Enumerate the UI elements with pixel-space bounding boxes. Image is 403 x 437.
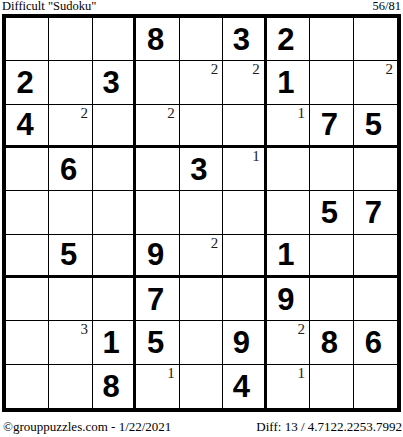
cell-r3c8[interactable]: 7 [310,105,353,148]
cell-r7c9[interactable] [354,278,397,321]
cell-r8c6[interactable]: 9 [223,321,266,364]
given-digit: 1 [277,239,294,270]
cell-r9c4[interactable]: 1 [136,365,179,408]
given-digit: 8 [102,371,119,402]
pencil-mark: 2 [167,106,175,121]
cell-r2c3[interactable]: 3 [93,61,136,104]
cell-r7c2[interactable] [49,278,92,321]
cell-r6c5[interactable]: 2 [180,235,223,278]
given-digit: 9 [233,327,250,358]
cell-r1c2[interactable] [49,18,92,61]
cell-r7c5[interactable] [180,278,223,321]
pencil-mark: 3 [80,322,88,337]
cell-r3c1[interactable]: 4 [6,105,49,148]
cell-r8c2[interactable]: 3 [49,321,92,364]
empty-cell-counter: 56/81 [373,0,401,13]
cell-r6c6[interactable] [223,235,266,278]
cell-r4c4[interactable] [136,148,179,191]
cell-r9c2[interactable] [49,365,92,408]
cell-r7c3[interactable] [93,278,136,321]
given-digit: 2 [17,67,34,98]
cell-r5c8[interactable]: 5 [310,191,353,234]
cell-r2c4[interactable] [136,61,179,104]
cell-r9c6[interactable]: 4 [223,365,266,408]
cell-r6c2[interactable]: 5 [49,235,92,278]
given-digit: 9 [147,239,164,270]
given-digit: 6 [365,327,382,358]
pencil-mark: 2 [211,236,219,251]
cell-r9c9[interactable] [354,365,397,408]
cell-r4c6[interactable]: 1 [223,148,266,191]
header: Difficult "Sudoku" 56/81 [2,0,401,14]
cell-r9c5[interactable] [180,365,223,408]
cell-r5c4[interactable] [136,191,179,234]
cell-r7c6[interactable] [223,278,266,321]
cell-r2c8[interactable] [310,61,353,104]
cell-r7c7[interactable]: 9 [267,278,310,321]
cell-r6c9[interactable] [354,235,397,278]
footer: ©grouppuzzles.com - 1/22/2021 Diff: 13 /… [3,420,402,434]
given-digit: 9 [277,284,294,315]
given-digit: 5 [147,327,164,358]
pencil-mark: 2 [252,62,260,77]
cell-r4c2[interactable]: 6 [49,148,92,191]
given-digit: 6 [60,154,77,185]
cell-r6c4[interactable]: 9 [136,235,179,278]
given-digit: 8 [147,24,164,55]
cell-r8c9[interactable]: 6 [354,321,397,364]
cell-r2c1[interactable]: 2 [6,61,49,104]
difficulty-text: Diff: 13 / 4.7122.2253.7992 [256,420,402,434]
cell-r6c7[interactable]: 1 [267,235,310,278]
cell-r4c9[interactable] [354,148,397,191]
cell-r9c7[interactable]: 1 [267,365,310,408]
given-digit: 4 [17,109,34,140]
cell-r1c5[interactable] [180,18,223,61]
pencil-mark: 2 [385,62,393,77]
cell-r8c8[interactable]: 8 [310,321,353,364]
cell-r3c3[interactable] [93,105,136,148]
given-digit: 3 [233,24,250,55]
given-digit: 5 [365,109,382,140]
cell-r5c9[interactable]: 7 [354,191,397,234]
given-digit: 5 [321,197,338,228]
cell-r3c9[interactable]: 5 [354,105,397,148]
given-digit: 7 [321,109,338,140]
pencil-mark: 1 [167,366,175,381]
cell-r6c3[interactable] [93,235,136,278]
given-digit: 7 [147,284,164,315]
given-digit: 7 [365,197,382,228]
cell-r8c4[interactable]: 5 [136,321,179,364]
cell-r9c1[interactable] [6,365,49,408]
cell-r3c5[interactable] [180,105,223,148]
cell-r5c5[interactable] [180,191,223,234]
given-digit: 1 [102,327,119,358]
cell-r2c9[interactable]: 2 [354,61,397,104]
cell-r8c1[interactable] [6,321,49,364]
cell-r3c4[interactable]: 2 [136,105,179,148]
cell-r6c8[interactable] [310,235,353,278]
pencil-mark: 2 [211,62,219,77]
cell-r7c1[interactable] [6,278,49,321]
cell-r4c3[interactable] [93,148,136,191]
pencil-mark: 1 [298,106,306,121]
puzzle-page: Difficult "Sudoku" 56/81 832232212422175… [0,0,403,437]
cell-r7c8[interactable] [310,278,353,321]
cell-r3c6[interactable] [223,105,266,148]
cell-r3c2[interactable]: 2 [49,105,92,148]
sudoku-board: 8322322124221756315759217931592868141 [2,14,401,412]
cell-r8c7[interactable]: 2 [267,321,310,364]
cell-r4c5[interactable]: 3 [180,148,223,191]
cell-r8c5[interactable] [180,321,223,364]
given-digit: 3 [190,154,207,185]
page-title: Difficult "Sudoku" [2,0,96,13]
cell-r2c5[interactable]: 2 [180,61,223,104]
cell-r2c2[interactable] [49,61,92,104]
cell-r5c3[interactable] [93,191,136,234]
cell-r1c8[interactable] [310,18,353,61]
pencil-mark: 2 [80,106,88,121]
cell-r1c9[interactable] [354,18,397,61]
given-digit: 1 [277,67,294,98]
cell-r1c1[interactable] [6,18,49,61]
cell-r9c8[interactable] [310,365,353,408]
cell-r1c3[interactable] [93,18,136,61]
given-digit: 2 [277,24,294,55]
given-digit: 3 [102,67,119,98]
cell-r1c7[interactable]: 2 [267,18,310,61]
cell-r8c3[interactable]: 1 [93,321,136,364]
cell-r4c8[interactable] [310,148,353,191]
pencil-mark: 2 [298,322,306,337]
copyright-text: ©grouppuzzles.com - 1/22/2021 [3,420,171,434]
cell-r1c6[interactable]: 3 [223,18,266,61]
cell-r5c6[interactable] [223,191,266,234]
pencil-mark: 1 [298,366,306,381]
cell-r4c1[interactable] [6,148,49,191]
cell-r5c2[interactable] [49,191,92,234]
cell-r5c1[interactable] [6,191,49,234]
given-digit: 4 [233,371,250,402]
pencil-mark: 1 [252,149,260,164]
cell-r6c1[interactable] [6,235,49,278]
cell-r7c4[interactable]: 7 [136,278,179,321]
cell-r5c7[interactable] [267,191,310,234]
cell-r3c7[interactable]: 1 [267,105,310,148]
given-digit: 5 [60,239,77,270]
cell-r4c7[interactable] [267,148,310,191]
cell-r2c6[interactable]: 2 [223,61,266,104]
cell-r2c7[interactable]: 1 [267,61,310,104]
cell-r1c4[interactable]: 8 [136,18,179,61]
cell-r9c3[interactable]: 8 [93,365,136,408]
given-digit: 8 [321,327,338,358]
